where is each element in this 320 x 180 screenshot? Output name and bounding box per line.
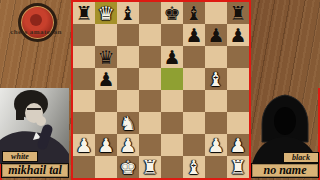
square-e5[interactable]: [161, 68, 183, 90]
square-f4[interactable]: [183, 90, 205, 112]
square-h5[interactable]: [227, 68, 249, 90]
square-c8[interactable]: ♝: [117, 2, 139, 24]
square-h1[interactable]: ♜: [227, 156, 249, 178]
square-e6[interactable]: ♟: [161, 46, 183, 68]
square-h6[interactable]: [227, 46, 249, 68]
square-c6[interactable]: [117, 46, 139, 68]
square-b2[interactable]: ♟: [95, 134, 117, 156]
square-c3[interactable]: ♞: [117, 112, 139, 134]
piece-white-pawn[interactable]: ♟: [73, 134, 95, 156]
black-side-badge: black: [283, 152, 319, 163]
piece-white-king[interactable]: ♚: [117, 156, 139, 178]
video-frame: chess amateran ♜♛♝♚♝♜♟♟♟♛♟♟♝♞♟♟♟♟♟♚♜♝♜ w…: [0, 0, 320, 180]
black-player-name: no name: [251, 163, 319, 178]
square-a4[interactable]: [73, 90, 95, 112]
square-f1[interactable]: ♝: [183, 156, 205, 178]
square-a3[interactable]: [73, 112, 95, 134]
square-b5[interactable]: ♟: [95, 68, 117, 90]
square-h2[interactable]: ♟: [227, 134, 249, 156]
white-side-badge: white: [2, 151, 38, 162]
logo-emblem-icon: [30, 14, 42, 26]
square-d3[interactable]: [139, 112, 161, 134]
square-a2[interactable]: ♟: [73, 134, 95, 156]
square-b6[interactable]: ♛: [95, 46, 117, 68]
piece-black-bishop[interactable]: ♝: [183, 2, 205, 24]
square-c5[interactable]: [117, 68, 139, 90]
square-d1[interactable]: ♜: [139, 156, 161, 178]
square-h4[interactable]: [227, 90, 249, 112]
square-g6[interactable]: [205, 46, 227, 68]
piece-white-pawn[interactable]: ♟: [95, 134, 117, 156]
piece-white-pawn[interactable]: ♟: [205, 134, 227, 156]
square-f8[interactable]: ♝: [183, 2, 205, 24]
square-b3[interactable]: [95, 112, 117, 134]
piece-white-rook[interactable]: ♜: [227, 156, 249, 178]
square-e3[interactable]: [161, 112, 183, 134]
piece-white-bishop[interactable]: ♝: [205, 68, 227, 90]
piece-black-pawn[interactable]: ♟: [183, 24, 205, 46]
square-b1[interactable]: [95, 156, 117, 178]
square-d4[interactable]: [139, 90, 161, 112]
piece-black-king[interactable]: ♚: [161, 2, 183, 24]
channel-name: chess amateran: [1, 28, 71, 36]
square-f5[interactable]: [183, 68, 205, 90]
piece-white-pawn[interactable]: ♟: [117, 134, 139, 156]
square-g4[interactable]: [205, 90, 227, 112]
square-h3[interactable]: [227, 112, 249, 134]
piece-white-bishop[interactable]: ♝: [183, 156, 205, 178]
square-a7[interactable]: [73, 24, 95, 46]
square-e7[interactable]: [161, 24, 183, 46]
square-b4[interactable]: [95, 90, 117, 112]
square-e4[interactable]: [161, 90, 183, 112]
square-f3[interactable]: [183, 112, 205, 134]
piece-white-pawn[interactable]: ♟: [227, 134, 249, 156]
square-d7[interactable]: [139, 24, 161, 46]
square-c7[interactable]: [117, 24, 139, 46]
piece-black-pawn[interactable]: ♟: [205, 24, 227, 46]
piece-black-pawn[interactable]: ♟: [227, 24, 249, 46]
square-e2[interactable]: [161, 134, 183, 156]
piece-black-rook[interactable]: ♜: [227, 2, 249, 24]
square-h7[interactable]: ♟: [227, 24, 249, 46]
square-h8[interactable]: ♜: [227, 2, 249, 24]
square-d6[interactable]: [139, 46, 161, 68]
square-c4[interactable]: [117, 90, 139, 112]
square-d8[interactable]: [139, 2, 161, 24]
square-d2[interactable]: [139, 134, 161, 156]
square-f7[interactable]: ♟: [183, 24, 205, 46]
square-g3[interactable]: [205, 112, 227, 134]
piece-black-pawn[interactable]: ♟: [95, 68, 117, 90]
piece-black-queen[interactable]: ♛: [95, 46, 117, 68]
piece-white-rook[interactable]: ♜: [139, 156, 161, 178]
square-e1[interactable]: [161, 156, 183, 178]
square-g7[interactable]: ♟: [205, 24, 227, 46]
square-g2[interactable]: ♟: [205, 134, 227, 156]
piece-white-queen[interactable]: ♛: [95, 2, 117, 24]
square-b7[interactable]: [95, 24, 117, 46]
channel-logo-icon: [18, 3, 57, 42]
square-e8[interactable]: ♚: [161, 2, 183, 24]
square-g5[interactable]: ♝: [205, 68, 227, 90]
piece-black-rook[interactable]: ♜: [73, 2, 95, 24]
square-a8[interactable]: ♜: [73, 2, 95, 24]
square-f6[interactable]: [183, 46, 205, 68]
square-d5[interactable]: [139, 68, 161, 90]
square-a5[interactable]: [73, 68, 95, 90]
square-g1[interactable]: [205, 156, 227, 178]
piece-black-pawn[interactable]: ♟: [161, 46, 183, 68]
piece-white-knight[interactable]: ♞: [117, 112, 139, 134]
chess-board[interactable]: ♜♛♝♚♝♜♟♟♟♛♟♟♝♞♟♟♟♟♟♚♜♝♜: [71, 0, 251, 180]
piece-black-bishop[interactable]: ♝: [117, 2, 139, 24]
square-f2[interactable]: [183, 134, 205, 156]
square-g8[interactable]: [205, 2, 227, 24]
square-a6[interactable]: [73, 46, 95, 68]
square-b8[interactable]: ♛: [95, 2, 117, 24]
square-c1[interactable]: ♚: [117, 156, 139, 178]
square-c2[interactable]: ♟: [117, 134, 139, 156]
white-player-name: mikhail tal: [1, 163, 69, 178]
square-a1[interactable]: [73, 156, 95, 178]
